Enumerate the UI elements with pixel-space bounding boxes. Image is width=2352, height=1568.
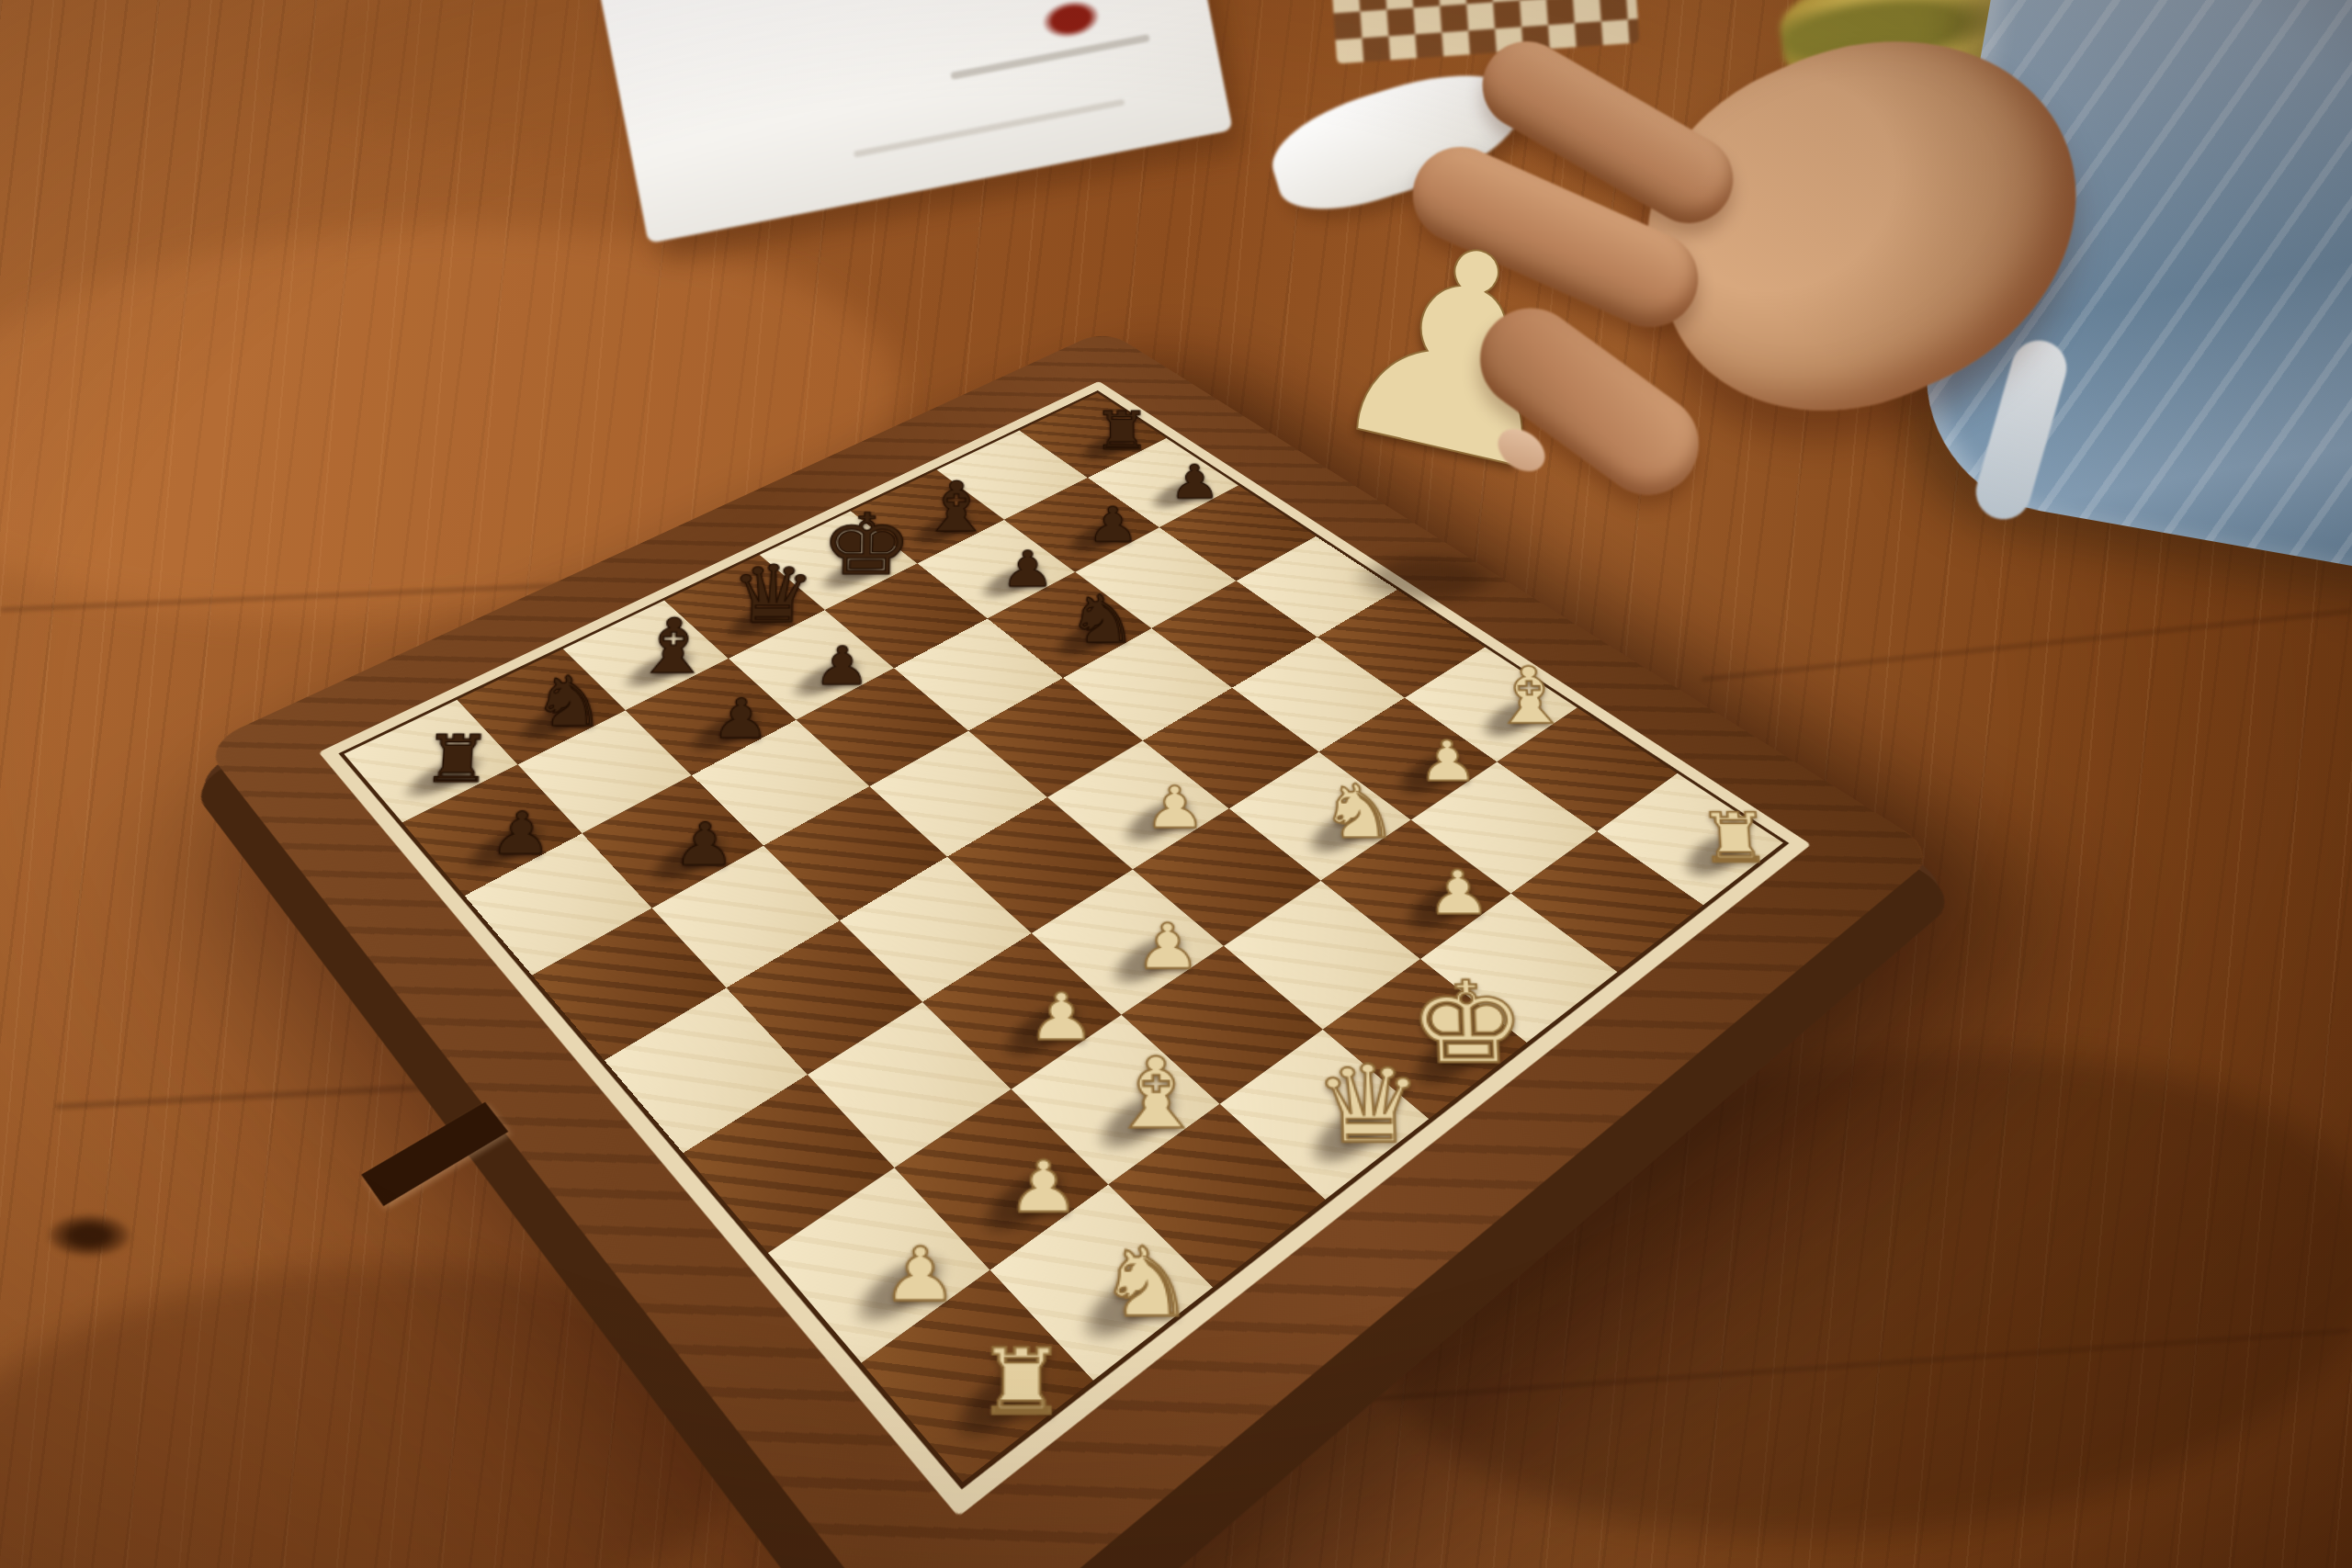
- held-pawn-shadow: [1349, 551, 1505, 606]
- black-king-e8[interactable]: ♚: [820, 505, 913, 585]
- booklet-logo-icon: [1038, 0, 1102, 43]
- white-pawn-a2[interactable]: ♟: [882, 1241, 959, 1312]
- chess-box-checkered-lid: [1331, 0, 1639, 63]
- white-pawn-d3[interactable]: ♟: [1134, 918, 1200, 977]
- white-bishop-h3[interactable]: ♝: [1486, 659, 1573, 733]
- white-pawn-c3[interactable]: ♟: [1027, 987, 1095, 1048]
- white-rook-h1[interactable]: ♜: [1696, 807, 1773, 872]
- chess-board: ♜♞♝♛♚♝♜♟♟♟♟♟♟♟♞♟♟♟♞♟♝♟♟♝♟♜♞♛♚♜: [203, 329, 1939, 1568]
- white-pawn-e4[interactable]: ♟: [1144, 781, 1206, 836]
- black-knight-f6[interactable]: ♞: [1066, 589, 1137, 651]
- black-pawn-f7[interactable]: ♟: [1000, 547, 1054, 593]
- white-knight-b1[interactable]: ♞: [1097, 1238, 1195, 1329]
- black-rook-a8[interactable]: ♜: [421, 729, 494, 791]
- black-bishop-f8[interactable]: ♝: [918, 475, 994, 540]
- wood-grain-streak: [1195, 1328, 2350, 1414]
- black-pawn-d7[interactable]: ♟: [812, 642, 870, 693]
- white-king-e1[interactable]: ♚: [1407, 970, 1529, 1077]
- instruction-booklet: [597, 0, 1233, 243]
- black-pawn-h7[interactable]: ♟: [1169, 460, 1221, 504]
- black-queen-d8[interactable]: ♛: [729, 558, 817, 633]
- white-pawn-b2[interactable]: ♟: [1006, 1155, 1080, 1223]
- black-pawn-a7[interactable]: ♟: [489, 807, 554, 863]
- white-rook-a1[interactable]: ♜: [976, 1339, 1069, 1426]
- board-wooden-frame: ♜♞♝♛♚♝♜♟♟♟♟♟♟♟♞♟♟♟♞♟♝♟♟♝♟♜♞♛♚♜: [203, 329, 1939, 1568]
- white-knight-f3[interactable]: ♞: [1318, 777, 1399, 848]
- black-rook-h8[interactable]: ♜: [1093, 407, 1151, 457]
- black-pawn-g7[interactable]: ♟: [1087, 502, 1140, 548]
- folding-hinge-notch: [361, 1102, 508, 1206]
- black-knight-b8[interactable]: ♞: [530, 670, 608, 736]
- white-pawn-g3[interactable]: ♟: [1417, 735, 1479, 788]
- black-pawn-b6[interactable]: ♟: [672, 818, 736, 874]
- white-pawn-f2[interactable]: ♟: [1425, 865, 1491, 923]
- wood-grain-streak: [1702, 609, 2351, 682]
- white-queen-d1[interactable]: ♛: [1311, 1055, 1425, 1156]
- black-pawn-c7[interactable]: ♟: [711, 694, 772, 745]
- white-bishop-c2[interactable]: ♝: [1105, 1047, 1208, 1140]
- booklet-text-line: [854, 99, 1125, 158]
- black-bishop-c8[interactable]: ♝: [631, 611, 716, 682]
- wood-knot: [48, 1214, 130, 1257]
